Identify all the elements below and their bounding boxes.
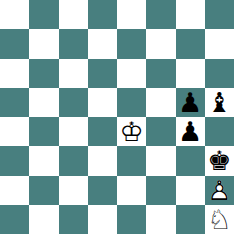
square-e2[interactable] [117, 176, 146, 205]
square-e1[interactable] [117, 205, 146, 234]
piece-glyph-fill-layer: ♟ [176, 88, 205, 117]
square-h1[interactable]: ♞♘ [205, 205, 234, 234]
square-g3[interactable] [176, 146, 205, 175]
square-h7[interactable] [205, 29, 234, 58]
piece-white-king[interactable]: ♚♔ [117, 117, 146, 146]
square-b5[interactable] [29, 88, 58, 117]
square-c6[interactable] [59, 59, 88, 88]
piece-glyph-fill-layer: ♚ [205, 146, 234, 175]
piece-glyph-outline-layer: ♙ [205, 176, 234, 205]
piece-glyph-outline-layer: ♔ [117, 117, 146, 146]
square-c3[interactable] [59, 146, 88, 175]
square-d5[interactable] [88, 88, 117, 117]
square-e3[interactable] [117, 146, 146, 175]
square-g2[interactable] [176, 176, 205, 205]
square-f2[interactable] [146, 176, 175, 205]
piece-white-pawn[interactable]: ♟♙ [205, 176, 234, 205]
square-h2[interactable]: ♟♙ [205, 176, 234, 205]
square-h4[interactable] [205, 117, 234, 146]
square-g8[interactable] [176, 0, 205, 29]
piece-black-bishop[interactable]: ♝ [205, 88, 234, 117]
piece-glyph-fill-layer: ♟ [176, 117, 205, 146]
square-g6[interactable] [176, 59, 205, 88]
square-d6[interactable] [88, 59, 117, 88]
square-b4[interactable] [29, 117, 58, 146]
piece-glyph-outline-layer: ♘ [205, 205, 234, 234]
square-a6[interactable] [0, 59, 29, 88]
square-c7[interactable] [59, 29, 88, 58]
square-e6[interactable] [117, 59, 146, 88]
square-a7[interactable] [0, 29, 29, 58]
square-g7[interactable] [176, 29, 205, 58]
square-f6[interactable] [146, 59, 175, 88]
square-a1[interactable] [0, 205, 29, 234]
piece-white-knight[interactable]: ♞♘ [205, 205, 234, 234]
square-h6[interactable] [205, 59, 234, 88]
square-b2[interactable] [29, 176, 58, 205]
square-e5[interactable] [117, 88, 146, 117]
square-d8[interactable] [88, 0, 117, 29]
square-a2[interactable] [0, 176, 29, 205]
square-f7[interactable] [146, 29, 175, 58]
square-d4[interactable] [88, 117, 117, 146]
square-g5[interactable]: ♟ [176, 88, 205, 117]
piece-black-pawn[interactable]: ♟ [176, 117, 205, 146]
square-a8[interactable] [0, 0, 29, 29]
square-d3[interactable] [88, 146, 117, 175]
square-b8[interactable] [29, 0, 58, 29]
square-d7[interactable] [88, 29, 117, 58]
square-a3[interactable] [0, 146, 29, 175]
square-g4[interactable]: ♟ [176, 117, 205, 146]
piece-black-pawn[interactable]: ♟ [176, 88, 205, 117]
square-h3[interactable]: ♚ [205, 146, 234, 175]
chess-board: ♟♝♚♔♟♚♟♙♞♘ [0, 0, 234, 234]
square-a4[interactable] [0, 117, 29, 146]
square-e8[interactable] [117, 0, 146, 29]
square-c2[interactable] [59, 176, 88, 205]
square-c4[interactable] [59, 117, 88, 146]
piece-black-king[interactable]: ♚ [205, 146, 234, 175]
square-c8[interactable] [59, 0, 88, 29]
square-b1[interactable] [29, 205, 58, 234]
square-d2[interactable] [88, 176, 117, 205]
square-h5[interactable]: ♝ [205, 88, 234, 117]
square-f4[interactable] [146, 117, 175, 146]
square-e7[interactable] [117, 29, 146, 58]
square-f5[interactable] [146, 88, 175, 117]
square-b3[interactable] [29, 146, 58, 175]
square-f3[interactable] [146, 146, 175, 175]
square-c5[interactable] [59, 88, 88, 117]
square-f8[interactable] [146, 0, 175, 29]
square-h8[interactable] [205, 0, 234, 29]
piece-glyph-fill-layer: ♝ [205, 88, 234, 117]
square-b6[interactable] [29, 59, 58, 88]
square-d1[interactable] [88, 205, 117, 234]
square-b7[interactable] [29, 29, 58, 58]
square-e4[interactable]: ♚♔ [117, 117, 146, 146]
square-f1[interactable] [146, 205, 175, 234]
square-a5[interactable] [0, 88, 29, 117]
square-g1[interactable] [176, 205, 205, 234]
square-c1[interactable] [59, 205, 88, 234]
